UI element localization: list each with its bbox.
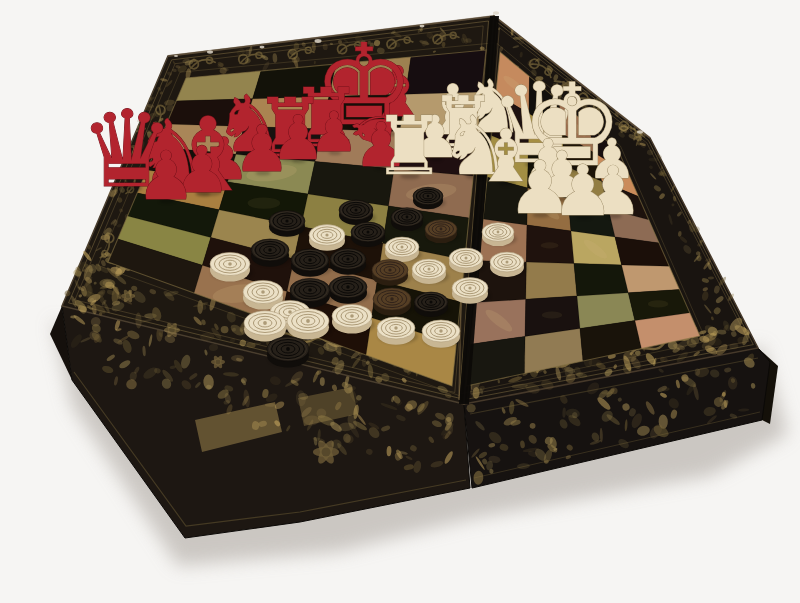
checker-centre-dot: [390, 297, 393, 300]
checker-centre-dot: [428, 268, 431, 271]
photo-stage: Antique chinoiserie folding games board …: [0, 0, 800, 603]
rosette-centre: [126, 294, 131, 299]
rosette-centre: [321, 447, 330, 456]
worn-patch: [541, 242, 559, 248]
checker-centre-dot: [285, 219, 288, 222]
checker-centre-dot: [286, 347, 290, 351]
checker-centre-dot: [440, 228, 443, 231]
checker-centre-dot: [465, 257, 468, 260]
rosette-centre: [169, 327, 175, 333]
games-board-photo: ♝♚♞♞♝♜♜♞♟♜♟♟♛♚♟♟♜♞♟♟♝♟♞♛♝♟♟♟♟♟♟: [0, 0, 800, 603]
checker-centre-dot: [263, 321, 267, 325]
checker-centre-dot: [306, 319, 310, 323]
checker-centre-dot: [346, 285, 349, 288]
checker-centre-dot: [355, 209, 358, 212]
worn-edge-chip: [174, 55, 178, 57]
checker-centre-dot: [308, 258, 311, 261]
checker-centre-dot: [468, 286, 471, 289]
checker-centre-dot: [430, 301, 433, 304]
square-f3[interactable]: [526, 262, 577, 299]
ivory-pawn[interactable]: ♟: [552, 150, 615, 232]
checker-centre-dot: [346, 257, 349, 260]
rosette-centre: [216, 360, 221, 365]
checker-centre-dot: [350, 314, 354, 318]
checker-centre-dot: [401, 246, 404, 249]
worn-edge-chip: [637, 130, 643, 133]
ivory-rook[interactable]: ♜: [373, 99, 446, 193]
checker-centre-dot: [394, 326, 397, 329]
checker-centre-dot: [427, 195, 430, 198]
checker-centre-dot: [261, 290, 265, 294]
gilt-chinoiserie-fleck: [467, 404, 476, 412]
worn-edge-chip: [260, 46, 265, 49]
worn-patch: [648, 300, 669, 307]
square-g3[interactable]: [574, 264, 628, 297]
piece-glyph: ♜: [373, 99, 446, 193]
piece-glyph: ♟: [552, 150, 615, 232]
checker-centre-dot: [497, 231, 500, 234]
checker-centre-dot: [388, 268, 391, 271]
checker-centre-dot: [506, 261, 509, 264]
worn-edge-chip: [493, 11, 499, 14]
checker-centre-dot: [325, 233, 328, 236]
piece-glyph: ♟: [136, 137, 196, 215]
red-pawn[interactable]: ♟: [136, 137, 196, 215]
checker-centre-dot: [406, 216, 409, 219]
checker-centre-dot: [268, 248, 271, 251]
checker-centre-dot: [367, 231, 370, 234]
checker-centre-dot: [439, 329, 442, 332]
worn-edge-chip: [207, 50, 213, 53]
worn-patch: [542, 311, 563, 318]
checker-centre-dot: [308, 288, 312, 292]
worn-edge-chip: [420, 25, 425, 28]
checker-centre-dot: [228, 262, 232, 266]
